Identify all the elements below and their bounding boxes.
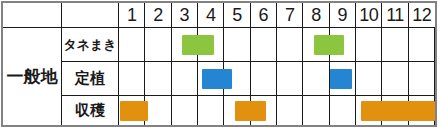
harvest-period-bar bbox=[235, 101, 267, 121]
month-cell bbox=[145, 62, 171, 95]
month-cell bbox=[303, 62, 329, 95]
timeline-row-sowing bbox=[119, 28, 435, 62]
month-cell bbox=[145, 28, 171, 61]
month-cell bbox=[356, 28, 382, 61]
month-header-9: 9 bbox=[330, 3, 356, 27]
month-cell bbox=[224, 28, 250, 61]
month-header-5: 5 bbox=[224, 3, 250, 27]
planting-calendar-table: 123456789101112 一般地 タネまき 定植 収穫 bbox=[1, 1, 437, 127]
month-header-row: 123456789101112 bbox=[119, 3, 435, 28]
sowing-period-bar bbox=[182, 35, 214, 55]
month-cell bbox=[119, 62, 145, 95]
sowing-period-bar bbox=[314, 35, 344, 55]
month-cell bbox=[277, 28, 303, 61]
month-cell bbox=[382, 62, 408, 95]
month-cell bbox=[382, 28, 408, 61]
month-cell bbox=[409, 62, 435, 95]
corner-cell-region bbox=[3, 3, 62, 28]
month-header-7: 7 bbox=[277, 3, 303, 27]
month-cell bbox=[330, 96, 356, 125]
transplanting-period-bar bbox=[202, 69, 232, 89]
month-header-8: 8 bbox=[303, 3, 329, 27]
month-header-4: 4 bbox=[198, 3, 224, 27]
planting-calendar: 123456789101112 一般地 タネまき 定植 収穫 bbox=[0, 0, 440, 130]
harvest-period-bar bbox=[120, 101, 148, 121]
month-header-11: 11 bbox=[382, 3, 408, 27]
month-cell bbox=[172, 96, 198, 125]
timeline-row-transplanting bbox=[119, 62, 435, 96]
region-label: 一般地 bbox=[3, 28, 62, 125]
transplanting-period-bar bbox=[330, 69, 352, 89]
corner-cell-activity bbox=[62, 3, 119, 28]
month-cell bbox=[356, 62, 382, 95]
row-label-sowing: タネまき bbox=[62, 28, 119, 62]
month-header-1: 1 bbox=[119, 3, 145, 27]
row-label-harvest: 収穫 bbox=[62, 96, 119, 125]
month-cell bbox=[251, 28, 277, 61]
month-cell bbox=[198, 96, 224, 125]
month-cell bbox=[277, 62, 303, 95]
row-label-transplanting: 定植 bbox=[62, 62, 119, 96]
timeline-row-harvest bbox=[119, 96, 435, 125]
month-header-10: 10 bbox=[356, 3, 382, 27]
month-cell bbox=[277, 96, 303, 125]
month-cell bbox=[172, 62, 198, 95]
month-cell bbox=[303, 96, 329, 125]
month-header-6: 6 bbox=[251, 3, 277, 27]
month-cell bbox=[145, 96, 171, 125]
month-cell bbox=[119, 28, 145, 61]
month-cell bbox=[251, 62, 277, 95]
month-header-2: 2 bbox=[145, 3, 171, 27]
harvest-period-bar bbox=[361, 101, 435, 121]
month-header-3: 3 bbox=[172, 3, 198, 27]
month-header-12: 12 bbox=[409, 3, 435, 27]
month-cell bbox=[409, 28, 435, 61]
